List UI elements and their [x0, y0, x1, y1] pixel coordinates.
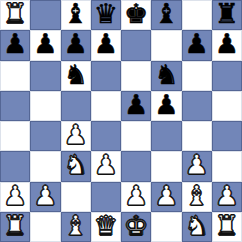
square-e2[interactable]: ♟: [121, 182, 151, 212]
black-knight[interactable]: ♞: [154, 61, 178, 90]
white-rook[interactable]: ♜: [3, 0, 27, 29]
square-g2[interactable]: ♝: [182, 182, 212, 212]
square-b1[interactable]: [30, 212, 60, 242]
square-h7[interactable]: ♟: [212, 30, 242, 60]
square-d1[interactable]: ♛: [91, 212, 121, 242]
black-pawn[interactable]: ♟: [64, 30, 88, 59]
square-a2[interactable]: ♟: [0, 182, 30, 212]
square-f7[interactable]: [151, 30, 181, 60]
white-queen[interactable]: ♛: [94, 212, 118, 241]
square-d8[interactable]: ♛: [91, 0, 121, 30]
black-queen[interactable]: ♛: [94, 0, 118, 29]
square-d4[interactable]: [91, 121, 121, 151]
square-d7[interactable]: ♟: [91, 30, 121, 60]
square-a6[interactable]: [0, 61, 30, 91]
square-f4[interactable]: [151, 121, 181, 151]
square-e8[interactable]: ♚: [121, 0, 151, 30]
black-pawn[interactable]: ♟: [3, 30, 27, 59]
white-knight[interactable]: ♞: [185, 212, 209, 241]
black-pawn[interactable]: ♟: [94, 30, 118, 59]
white-bishop[interactable]: ♝: [64, 212, 88, 241]
square-h5[interactable]: [212, 91, 242, 121]
chess-board: ♜♝♛♚♝♜♟♟♟♟♟♟♞♞♟♟♟♞♟♟♟♟♟♟♝♟♜♝♛♚♞♜: [0, 0, 242, 242]
square-a7[interactable]: ♟: [0, 30, 30, 60]
square-f6[interactable]: ♞: [151, 61, 181, 91]
square-a4[interactable]: [0, 121, 30, 151]
square-h2[interactable]: ♟: [212, 182, 242, 212]
black-knight[interactable]: ♞: [64, 61, 88, 90]
square-e5[interactable]: ♟: [121, 91, 151, 121]
black-pawn[interactable]: ♟: [33, 30, 57, 59]
square-a3[interactable]: [0, 151, 30, 181]
square-d5[interactable]: [91, 91, 121, 121]
white-pawn[interactable]: ♟: [3, 182, 27, 211]
black-pawn[interactable]: ♟: [124, 91, 148, 120]
square-b3[interactable]: [30, 151, 60, 181]
white-bishop[interactable]: ♝: [185, 182, 209, 211]
square-a1[interactable]: ♜: [0, 212, 30, 242]
square-f2[interactable]: ♟: [151, 182, 181, 212]
square-f3[interactable]: [151, 151, 181, 181]
white-pawn[interactable]: ♟: [33, 182, 57, 211]
square-d6[interactable]: [91, 61, 121, 91]
square-e1[interactable]: ♚: [121, 212, 151, 242]
square-g8[interactable]: [182, 0, 212, 30]
square-a5[interactable]: [0, 91, 30, 121]
square-a8[interactable]: ♜: [0, 0, 30, 30]
white-pawn[interactable]: ♟: [94, 151, 118, 180]
square-b6[interactable]: [30, 61, 60, 91]
white-rook[interactable]: ♜: [3, 212, 27, 241]
white-rook[interactable]: ♜: [215, 212, 239, 241]
square-c3[interactable]: ♞: [61, 151, 91, 181]
square-d2[interactable]: [91, 182, 121, 212]
square-f1[interactable]: [151, 212, 181, 242]
square-c7[interactable]: ♟: [61, 30, 91, 60]
square-h8[interactable]: ♜: [212, 0, 242, 30]
square-e7[interactable]: [121, 30, 151, 60]
white-pawn[interactable]: ♟: [64, 121, 88, 150]
black-pawn[interactable]: ♟: [185, 30, 209, 59]
black-bishop[interactable]: ♝: [64, 0, 88, 29]
black-king[interactable]: ♚: [124, 0, 148, 29]
square-h6[interactable]: [212, 61, 242, 91]
white-pawn[interactable]: ♟: [185, 151, 209, 180]
square-f5[interactable]: ♟: [151, 91, 181, 121]
square-g7[interactable]: ♟: [182, 30, 212, 60]
square-c4[interactable]: ♟: [61, 121, 91, 151]
black-pawn[interactable]: ♟: [154, 91, 178, 120]
square-b2[interactable]: ♟: [30, 182, 60, 212]
square-e3[interactable]: [121, 151, 151, 181]
square-g5[interactable]: [182, 91, 212, 121]
square-e4[interactable]: [121, 121, 151, 151]
square-b4[interactable]: [30, 121, 60, 151]
white-king[interactable]: ♚: [124, 212, 148, 241]
square-c6[interactable]: ♞: [61, 61, 91, 91]
white-pawn[interactable]: ♟: [124, 182, 148, 211]
square-b8[interactable]: [30, 0, 60, 30]
square-c2[interactable]: [61, 182, 91, 212]
square-g1[interactable]: ♞: [182, 212, 212, 242]
square-c5[interactable]: [61, 91, 91, 121]
square-g4[interactable]: [182, 121, 212, 151]
square-b7[interactable]: ♟: [30, 30, 60, 60]
black-bishop[interactable]: ♝: [154, 0, 178, 29]
square-h4[interactable]: [212, 121, 242, 151]
square-f8[interactable]: ♝: [151, 0, 181, 30]
white-knight[interactable]: ♞: [64, 151, 88, 180]
square-b5[interactable]: [30, 91, 60, 121]
square-g6[interactable]: [182, 61, 212, 91]
square-e6[interactable]: [121, 61, 151, 91]
square-g3[interactable]: ♟: [182, 151, 212, 181]
square-c1[interactable]: ♝: [61, 212, 91, 242]
black-pawn[interactable]: ♟: [215, 30, 239, 59]
white-pawn[interactable]: ♟: [215, 182, 239, 211]
square-d3[interactable]: ♟: [91, 151, 121, 181]
white-pawn[interactable]: ♟: [154, 182, 178, 211]
square-h1[interactable]: ♜: [212, 212, 242, 242]
black-rook[interactable]: ♜: [215, 0, 239, 29]
square-c8[interactable]: ♝: [61, 0, 91, 30]
square-h3[interactable]: [212, 151, 242, 181]
